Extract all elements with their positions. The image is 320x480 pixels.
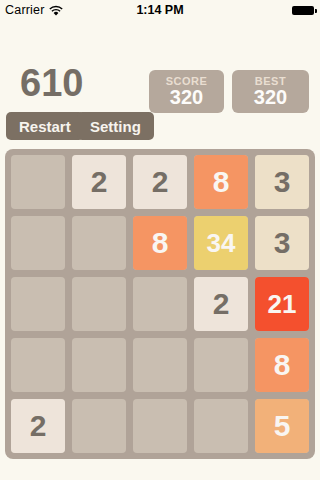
tile-8: 8 [255, 338, 309, 392]
status-bar: Carrier 1:14 PM [0, 0, 320, 20]
tile-3: 3 [255, 216, 309, 270]
board-cell-r2c4: 34 [194, 216, 248, 270]
tile-2: 2 [11, 399, 65, 453]
board-cell-r4c1 [11, 338, 65, 392]
board-cell-r2c1 [11, 216, 65, 270]
board-cell-r3c1 [11, 277, 65, 331]
tile-2: 2 [72, 155, 126, 209]
setting-button[interactable]: Setting [77, 112, 154, 140]
board-cell-r1c2: 2 [72, 155, 126, 209]
board-cell-r2c3: 8 [133, 216, 187, 270]
game-board[interactable]: 22838343221825 [5, 149, 315, 459]
board-cell-r3c2 [72, 277, 126, 331]
board-cell-r1c5: 3 [255, 155, 309, 209]
tile-21: 21 [255, 277, 309, 331]
score-box: SCORE 320 [149, 70, 224, 113]
board-cell-r2c2 [72, 216, 126, 270]
board-cell-r5c2 [72, 399, 126, 453]
restart-button[interactable]: Restart [6, 112, 84, 140]
board-cell-r5c5: 5 [255, 399, 309, 453]
clock-label: 1:14 PM [0, 3, 320, 17]
board-cell-r4c2 [72, 338, 126, 392]
board-cell-r5c3 [133, 399, 187, 453]
page-title: 610 [20, 62, 140, 105]
battery-icon [292, 6, 314, 15]
board-cell-r4c4 [194, 338, 248, 392]
tile-8: 8 [133, 216, 187, 270]
tile-8: 8 [194, 155, 248, 209]
board-cell-r5c1: 2 [11, 399, 65, 453]
board-cell-r4c5: 8 [255, 338, 309, 392]
tile-3: 3 [255, 155, 309, 209]
board-cell-r3c5: 21 [255, 277, 309, 331]
board-cell-r1c1 [11, 155, 65, 209]
board-cell-r3c4: 2 [194, 277, 248, 331]
app-screen: Carrier 1:14 PM 610 SCORE 320 BEST 320 R… [0, 0, 320, 480]
board-cell-r5c4 [194, 399, 248, 453]
board-cell-r3c3 [133, 277, 187, 331]
tile-5: 5 [255, 399, 309, 453]
score-value: 320 [149, 87, 224, 108]
board-cell-r2c5: 3 [255, 216, 309, 270]
tile-2: 2 [194, 277, 248, 331]
best-box: BEST 320 [232, 70, 309, 113]
board-cell-r1c4: 8 [194, 155, 248, 209]
tile-34: 34 [194, 216, 248, 270]
board-cell-r4c3 [133, 338, 187, 392]
board-cell-r1c3: 2 [133, 155, 187, 209]
tile-2: 2 [133, 155, 187, 209]
best-value: 320 [232, 87, 309, 108]
